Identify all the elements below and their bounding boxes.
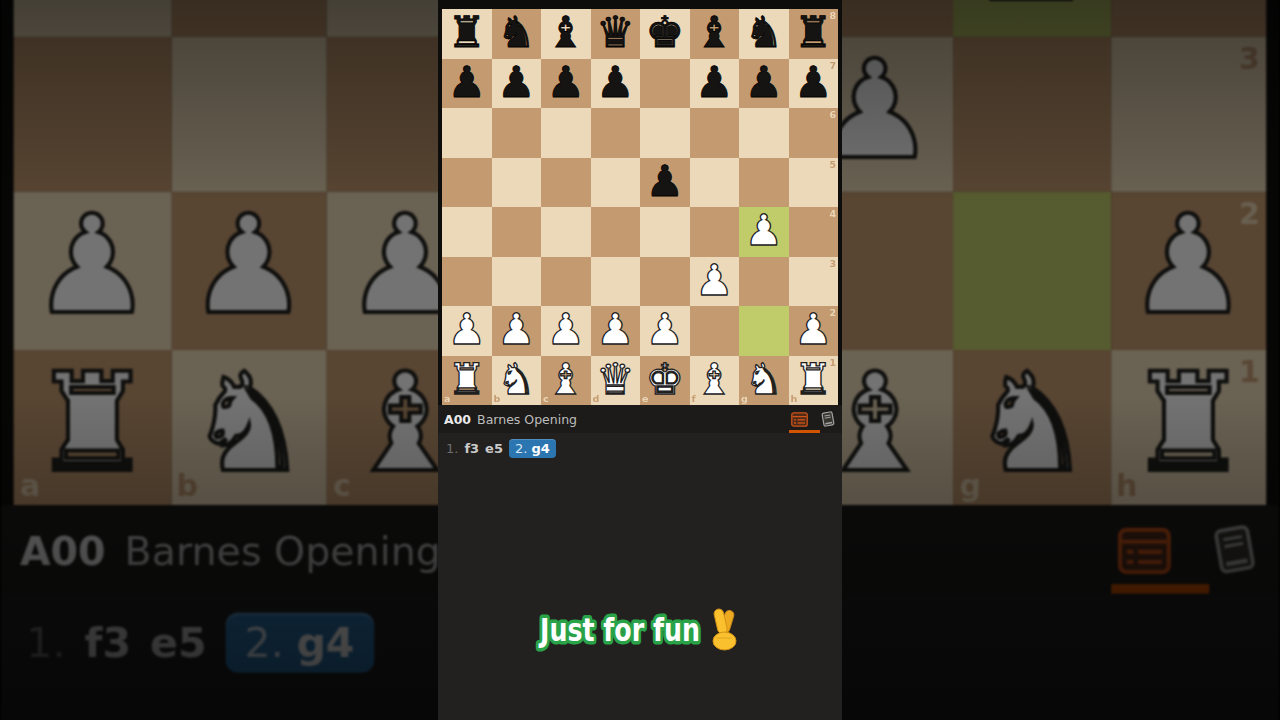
white-pawn: ♟ bbox=[794, 308, 833, 351]
square-g2[interactable] bbox=[739, 306, 789, 356]
chess-analysis-screenshot: ♜♞♝♛♚♝♞♜8♟♟♟♟♟♟♟76♟5♟4♟3♟♟♟♟♟♟2♜a♞b♝c♛d♚… bbox=[438, 0, 842, 720]
rank-label: 5 bbox=[829, 160, 836, 170]
black-pawn: ♟ bbox=[645, 160, 684, 203]
white-king: ♚ bbox=[645, 358, 684, 401]
square-a7[interactable]: ♟ bbox=[442, 59, 492, 109]
square-c6[interactable] bbox=[541, 108, 591, 158]
file-label: a bbox=[444, 394, 450, 404]
square-h7[interactable]: ♟7 bbox=[789, 59, 839, 109]
white-rook: ♜ bbox=[447, 358, 486, 401]
square-a2[interactable]: ♟ bbox=[442, 306, 492, 356]
file-label: b bbox=[494, 394, 501, 404]
square-a6[interactable] bbox=[442, 108, 492, 158]
black-pawn: ♟ bbox=[546, 61, 585, 104]
white-bishop: ♝ bbox=[695, 358, 734, 401]
rank-label: 8 bbox=[829, 11, 836, 21]
square-b1[interactable]: ♞b bbox=[492, 356, 542, 406]
black-pawn: ♟ bbox=[497, 61, 536, 104]
top-strip bbox=[438, 0, 842, 9]
opening-header: A00 Barnes Opening bbox=[438, 405, 842, 433]
square-d3[interactable] bbox=[591, 257, 641, 307]
white-pawn: ♟ bbox=[546, 308, 585, 351]
rank-label: 7 bbox=[829, 61, 836, 71]
square-c2[interactable]: ♟ bbox=[541, 306, 591, 356]
board-frame: ♜♞♝♛♚♝♞♜8♟♟♟♟♟♟♟76♟5♟4♟3♟♟♟♟♟♟2♜a♞b♝c♛d♚… bbox=[438, 9, 842, 405]
square-b4[interactable] bbox=[492, 207, 542, 257]
opening-name: Barnes Opening bbox=[477, 412, 791, 427]
square-h4[interactable]: 4 bbox=[789, 207, 839, 257]
file-label: h bbox=[791, 394, 798, 404]
rank-label: 6 bbox=[829, 110, 836, 120]
white-queen: ♛ bbox=[596, 358, 635, 401]
square-e2[interactable]: ♟ bbox=[640, 306, 690, 356]
square-b5[interactable] bbox=[492, 158, 542, 208]
move-list-icon bbox=[791, 412, 808, 427]
white-pawn: ♟ bbox=[596, 308, 635, 351]
square-e6[interactable] bbox=[640, 108, 690, 158]
square-e8[interactable]: ♚ bbox=[640, 9, 690, 59]
square-h3[interactable]: 3 bbox=[789, 257, 839, 307]
square-b3[interactable] bbox=[492, 257, 542, 307]
rank-label: 2 bbox=[829, 308, 836, 318]
square-d8[interactable]: ♛ bbox=[591, 9, 641, 59]
square-d2[interactable]: ♟ bbox=[591, 306, 641, 356]
square-g3[interactable] bbox=[739, 257, 789, 307]
black-rook: ♜ bbox=[447, 11, 486, 54]
square-f1[interactable]: ♝f bbox=[690, 356, 740, 406]
square-a8[interactable]: ♜ bbox=[442, 9, 492, 59]
square-c7[interactable]: ♟ bbox=[541, 59, 591, 109]
square-e4[interactable] bbox=[640, 207, 690, 257]
white-pawn: ♟ bbox=[497, 308, 536, 351]
square-b8[interactable]: ♞ bbox=[492, 9, 542, 59]
square-e5[interactable]: ♟ bbox=[640, 158, 690, 208]
square-h8[interactable]: ♜8 bbox=[789, 9, 839, 59]
square-f6[interactable] bbox=[690, 108, 740, 158]
black-pawn: ♟ bbox=[596, 61, 635, 104]
square-b7[interactable]: ♟ bbox=[492, 59, 542, 109]
square-c1[interactable]: ♝c bbox=[541, 356, 591, 406]
header-tabs bbox=[791, 411, 836, 428]
square-d4[interactable] bbox=[591, 207, 641, 257]
square-g4[interactable]: ♟ bbox=[739, 207, 789, 257]
white-knight: ♞ bbox=[497, 358, 536, 401]
square-h5[interactable]: 5 bbox=[789, 158, 839, 208]
square-e3[interactable] bbox=[640, 257, 690, 307]
black-knight: ♞ bbox=[497, 11, 536, 54]
black-pawn: ♟ bbox=[695, 61, 734, 104]
square-c4[interactable] bbox=[541, 207, 591, 257]
white-pawn: ♟ bbox=[744, 209, 783, 252]
square-f3[interactable]: ♟ bbox=[690, 257, 740, 307]
black-bishop: ♝ bbox=[695, 11, 734, 54]
white-pawn: ♟ bbox=[645, 308, 684, 351]
chess-board: ♜♞♝♛♚♝♞♜8♟♟♟♟♟♟♟76♟5♟4♟3♟♟♟♟♟♟2♜a♞b♝c♛d♚… bbox=[442, 9, 838, 405]
black-queen: ♛ bbox=[596, 11, 635, 54]
opening-book-icon bbox=[820, 411, 836, 427]
square-d1[interactable]: ♛d bbox=[591, 356, 641, 406]
square-h2[interactable]: ♟2 bbox=[789, 306, 839, 356]
selected-move[interactable]: 2.g4 bbox=[509, 439, 556, 458]
tab-move-list[interactable] bbox=[791, 411, 808, 428]
square-b2[interactable]: ♟ bbox=[492, 306, 542, 356]
square-f2[interactable] bbox=[690, 306, 740, 356]
move-san[interactable]: e5 bbox=[485, 441, 503, 456]
rank-label: 1 bbox=[829, 358, 836, 368]
square-g7[interactable]: ♟ bbox=[739, 59, 789, 109]
square-a4[interactable] bbox=[442, 207, 492, 257]
move-number: 1. bbox=[446, 441, 458, 456]
white-pawn: ♟ bbox=[447, 308, 486, 351]
square-a3[interactable] bbox=[442, 257, 492, 307]
black-pawn: ♟ bbox=[794, 61, 833, 104]
square-g5[interactable] bbox=[739, 158, 789, 208]
tab-opening-book[interactable] bbox=[819, 411, 836, 428]
square-f7[interactable]: ♟ bbox=[690, 59, 740, 109]
move-san: g4 bbox=[531, 441, 549, 456]
file-label: d bbox=[593, 394, 600, 404]
rank-label: 4 bbox=[829, 209, 836, 219]
white-rook: ♜ bbox=[794, 358, 833, 401]
square-f4[interactable] bbox=[690, 207, 740, 257]
white-pawn: ♟ bbox=[695, 259, 734, 302]
square-e7[interactable] bbox=[640, 59, 690, 109]
rank-label: 3 bbox=[829, 259, 836, 269]
black-bishop: ♝ bbox=[546, 11, 585, 54]
move-list: 1.f3e52.g4 bbox=[438, 433, 842, 464]
square-h6[interactable]: 6 bbox=[789, 108, 839, 158]
square-a1[interactable]: ♜a bbox=[442, 356, 492, 406]
square-c3[interactable] bbox=[541, 257, 591, 307]
black-knight: ♞ bbox=[744, 11, 783, 54]
file-label: f bbox=[692, 394, 696, 404]
square-g1[interactable]: ♞g bbox=[739, 356, 789, 406]
square-f8[interactable]: ♝ bbox=[690, 9, 740, 59]
file-label: g bbox=[741, 394, 748, 404]
black-rook: ♜ bbox=[794, 11, 833, 54]
move-san[interactable]: f3 bbox=[464, 441, 479, 456]
active-tab-underline bbox=[789, 430, 820, 433]
black-pawn: ♟ bbox=[447, 61, 486, 104]
white-bishop: ♝ bbox=[546, 358, 585, 401]
square-b6[interactable] bbox=[492, 108, 542, 158]
file-label: c bbox=[543, 394, 549, 404]
square-c8[interactable]: ♝ bbox=[541, 9, 591, 59]
move-number: 2. bbox=[515, 441, 527, 456]
square-d5[interactable] bbox=[591, 158, 641, 208]
white-knight: ♞ bbox=[744, 358, 783, 401]
file-label: e bbox=[642, 394, 648, 404]
black-pawn: ♟ bbox=[744, 61, 783, 104]
square-d6[interactable] bbox=[591, 108, 641, 158]
square-a5[interactable] bbox=[442, 158, 492, 208]
square-d7[interactable]: ♟ bbox=[591, 59, 641, 109]
black-king: ♚ bbox=[645, 11, 684, 54]
square-f5[interactable] bbox=[690, 158, 740, 208]
eco-code: A00 bbox=[444, 412, 471, 427]
square-g8[interactable]: ♞ bbox=[739, 9, 789, 59]
square-h1[interactable]: ♜1h bbox=[789, 356, 839, 406]
square-c5[interactable] bbox=[541, 158, 591, 208]
square-g6[interactable] bbox=[739, 108, 789, 158]
video-frame: ♜♞♝♛♚♝♞♜8♟♟♟♟♟♟♟76♟5♟4♟3♟♟♟♟♟♟2♜a♞b♝c♛d♚… bbox=[0, 0, 1280, 720]
square-e1[interactable]: ♚e bbox=[640, 356, 690, 406]
